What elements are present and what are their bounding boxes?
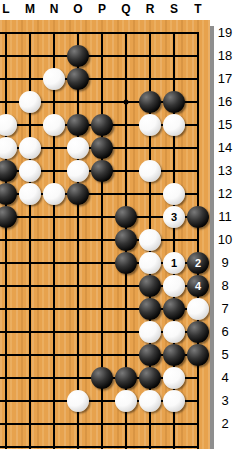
stone-S9-move-1: 1 [163,252,185,274]
row-label-19: 19 [214,25,236,40]
move-number-label: 4 [195,281,201,292]
move-number-label: 1 [171,258,177,269]
stone-T9-move-2: 2 [187,252,209,274]
row-label-7: 7 [214,301,236,316]
stone-M16 [19,91,41,113]
stone-T8-move-4: 4 [187,275,209,297]
row-label-11: 11 [214,209,236,224]
stone-O12 [67,183,89,205]
row-label-10: 10 [214,232,236,247]
column-labels: LMNOPQRST [0,0,236,20]
stone-S5 [163,344,185,366]
stone-R3 [139,390,161,412]
stone-P13 [91,160,113,182]
stone-S12 [163,183,185,205]
column-label-P: P [98,2,106,16]
stone-L13 [0,160,17,182]
stone-N17 [43,68,65,90]
stone-R8 [139,275,161,297]
stone-R9 [139,252,161,274]
column-label-M: M [25,2,35,16]
stone-Q9 [115,252,137,274]
stone-R7 [139,298,161,320]
column-label-Q: Q [121,2,130,16]
row-label-9: 9 [214,255,236,270]
stone-L14 [0,137,17,159]
stone-R13 [139,160,161,182]
stone-R6 [139,321,161,343]
stone-S11-move-3: 3 [163,206,185,228]
row-label-5: 5 [214,347,236,362]
row-label-18: 18 [214,48,236,63]
stone-O13 [67,160,89,182]
stone-O15 [67,114,89,136]
row-label-8: 8 [214,278,236,293]
row-label-3: 3 [214,393,236,408]
stone-R15 [139,114,161,136]
stone-L11 [0,206,17,228]
row-label-15: 15 [214,117,236,132]
column-label-T: T [194,2,201,16]
stone-L12 [0,183,17,205]
stone-S4 [163,367,185,389]
column-label-L: L [2,2,9,16]
stone-T7 [187,298,209,320]
stone-L15 [0,114,17,136]
stone-N12 [43,183,65,205]
row-label-6: 6 [214,324,236,339]
stone-Q3 [115,390,137,412]
stone-M12 [19,183,41,205]
row-label-16: 16 [214,94,236,109]
row-label-17: 17 [214,71,236,86]
stone-T11 [187,206,209,228]
row-labels: 1918171615141312111098765432 [214,0,236,449]
stone-O14 [67,137,89,159]
stone-O17 [67,68,89,90]
row-label-12: 12 [214,186,236,201]
stone-Q10 [115,229,137,251]
row-label-4: 4 [214,370,236,385]
stone-P15 [91,114,113,136]
stone-N15 [43,114,65,136]
stone-R4 [139,367,161,389]
row-label-14: 14 [214,140,236,155]
stone-M14 [19,137,41,159]
stone-Q4 [115,367,137,389]
stone-T5 [187,344,209,366]
stone-S15 [163,114,185,136]
stone-S8 [163,275,185,297]
stone-O3 [67,390,89,412]
row-label-13: 13 [214,163,236,178]
move-number-label: 2 [195,258,201,269]
go-board-diagram: 3124 LMNOPQRST 1918171615141312111098765… [0,0,236,449]
stone-R16 [139,91,161,113]
stone-S3 [163,390,185,412]
stone-S16 [163,91,185,113]
stone-P4 [91,367,113,389]
column-label-R: R [146,2,155,16]
move-number-label: 3 [171,212,177,223]
goban[interactable]: 3124 [0,20,210,449]
stone-S7 [163,298,185,320]
stone-M13 [19,160,41,182]
stone-S6 [163,321,185,343]
stones-grid: 3124 [0,22,210,449]
row-label-2: 2 [214,416,236,431]
stone-P14 [91,137,113,159]
stone-Q11 [115,206,137,228]
stone-R5 [139,344,161,366]
stone-O18 [67,45,89,67]
column-label-S: S [170,2,178,16]
stone-T6 [187,321,209,343]
stone-R10 [139,229,161,251]
column-label-N: N [50,2,59,16]
column-label-O: O [73,2,82,16]
